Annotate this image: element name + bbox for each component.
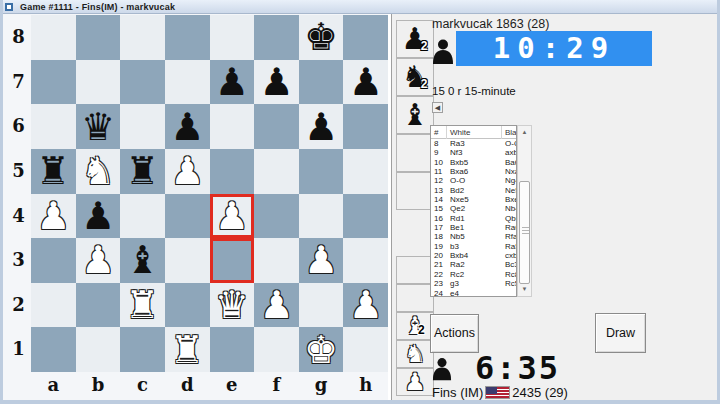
square-f4[interactable]	[254, 194, 299, 239]
piece-white-queen[interactable]: ♛	[215, 286, 249, 324]
square-b3[interactable]: ♟	[76, 238, 121, 283]
square-d5[interactable]: ♟	[165, 149, 210, 194]
rank-label-1: 1	[6, 338, 31, 359]
square-b6[interactable]: ♛	[76, 104, 121, 149]
move-row-11[interactable]: 11Bxa6Nxa6	[431, 167, 516, 176]
move-row-13[interactable]: 13Bd2Ne5	[431, 186, 516, 195]
square-h1[interactable]	[343, 327, 388, 372]
captured-black-bishop-icon: ♝	[402, 100, 429, 130]
square-h4[interactable]	[343, 194, 388, 239]
square-b2[interactable]	[76, 283, 121, 328]
titlebar[interactable]: Game #1111 - Fins(IM) - markvucak	[0, 0, 720, 14]
move-row-18[interactable]: 18Nb5Rfa8	[431, 232, 516, 241]
file-label-b: b	[76, 374, 121, 395]
square-c4[interactable]	[120, 194, 165, 239]
piece-white-rook[interactable]: ♜	[170, 331, 204, 369]
square-g5[interactable]	[299, 149, 344, 194]
square-a3[interactable]	[31, 238, 76, 283]
square-c6[interactable]	[120, 104, 165, 149]
scrollbar-thumb[interactable]	[519, 181, 530, 284]
square-h3[interactable]	[343, 238, 388, 283]
square-b7[interactable]	[76, 60, 121, 105]
right-panel: ♟2♞2♝♝2♞♟ markvucak 1863 (28) 10:29 15 0…	[391, 14, 720, 400]
bottom-player-name: Fins (IM)	[432, 385, 483, 400]
game-window: Game #1111 - Fins(IM) - markvucak 876543…	[0, 0, 720, 404]
square-g2[interactable]	[299, 283, 344, 328]
move-row-15[interactable]: 15Qe2Nb4	[431, 204, 516, 213]
top-player-label: markvucak 1863 (28)	[432, 17, 549, 31]
square-g4[interactable]	[299, 194, 344, 239]
game-info-text: 15 0 r 15-minute	[432, 85, 516, 97]
square-b4[interactable]: ♟	[76, 194, 121, 239]
move-row-9[interactable]: 9Nf3axb5	[431, 148, 516, 157]
square-e2[interactable]: ♛	[210, 283, 255, 328]
draw-button[interactable]: Draw	[595, 313, 646, 353]
piece-white-pawn[interactable]: ♟	[259, 286, 293, 324]
square-f5[interactable]	[254, 149, 299, 194]
square-e3[interactable]	[210, 238, 255, 283]
tray-cell-top-3	[396, 134, 434, 172]
move-row-8[interactable]: 8Ra3O-O	[431, 139, 516, 148]
square-h5[interactable]	[343, 149, 388, 194]
bottom-player-row: Fins (IM) 2435 (29)	[432, 384, 568, 400]
square-e8[interactable]	[210, 15, 255, 60]
move-row-22[interactable]: 22Rc2Rc8	[431, 270, 516, 279]
piece-black-queen[interactable]: ♛	[81, 108, 115, 146]
piece-white-king[interactable]: ♚	[304, 331, 338, 369]
rank-labels: 87654321	[6, 15, 31, 372]
rank-label-8: 8	[6, 26, 31, 47]
tray-cell-bottom-0	[396, 256, 434, 284]
tray-cell-top-1: ♞2	[396, 58, 434, 96]
move-row-23[interactable]: 23g3Rc5	[431, 279, 516, 288]
square-f8[interactable]	[254, 15, 299, 60]
piece-black-pawn[interactable]: ♟	[170, 108, 204, 146]
tray-cell-top-2: ♝	[396, 96, 434, 134]
square-d6[interactable]: ♟	[165, 104, 210, 149]
file-label-c: c	[120, 374, 165, 395]
file-labels: abcdefgh	[31, 374, 388, 398]
file-label-h: h	[343, 374, 388, 395]
captured-white-bishop-icon: ♝2	[404, 314, 426, 338]
square-g6[interactable]: ♟	[299, 104, 344, 149]
file-label-a: a	[31, 374, 76, 395]
move-list-header-black: Black	[502, 126, 517, 139]
square-e7[interactable]: ♟	[210, 60, 255, 105]
tray-cell-top-0: ♟2	[396, 20, 434, 58]
top-clock: 10:29	[456, 31, 652, 66]
square-g8[interactable]: ♚	[299, 15, 344, 60]
square-e5[interactable]	[210, 149, 255, 194]
piece-black-pawn[interactable]: ♟	[259, 63, 293, 101]
bottom-clock: 6:35	[460, 350, 575, 386]
chess-board[interactable]: ♚♟♟♟♛♟♟♜♞♜♟♟♟♟♟♝♟♜♛♟♟♜♚	[31, 15, 388, 372]
tray-cell-bottom-2: ♝2	[396, 312, 434, 340]
file-label-e: e	[210, 374, 255, 395]
piece-white-pawn[interactable]: ♟	[304, 241, 338, 279]
tray-cell-bottom-4: ♟	[396, 368, 434, 396]
square-f3[interactable]	[254, 238, 299, 283]
captured-count: 2	[421, 78, 428, 90]
captured-count: 2	[418, 324, 425, 336]
square-d7[interactable]	[165, 60, 210, 105]
piece-black-pawn[interactable]: ♟	[304, 108, 338, 146]
square-b8[interactable]	[76, 15, 121, 60]
square-f1[interactable]	[254, 327, 299, 372]
rank-label-7: 7	[6, 71, 31, 92]
square-a1[interactable]	[31, 327, 76, 372]
file-label-g: g	[299, 374, 344, 395]
move-list-scrollbar[interactable]: ▲ ▼	[517, 125, 532, 297]
move-list-header-white: White	[447, 126, 502, 139]
piece-white-rook[interactable]: ♜	[126, 286, 160, 324]
square-d4[interactable]	[165, 194, 210, 239]
rank-label-4: 4	[6, 205, 31, 226]
us-flag-icon	[485, 386, 510, 399]
piece-white-pawn[interactable]: ♟	[349, 286, 383, 324]
square-d2[interactable]	[165, 283, 210, 328]
move-row-12[interactable]: 12O-ONg4	[431, 176, 516, 185]
square-g7[interactable]	[299, 60, 344, 105]
square-d8[interactable]	[165, 15, 210, 60]
square-g3[interactable]: ♟	[299, 238, 344, 283]
square-e1[interactable]	[210, 327, 255, 372]
rank-label-5: 5	[6, 160, 31, 181]
rank-label-6: 6	[6, 115, 31, 136]
square-c1[interactable]	[120, 327, 165, 372]
tray-cell-bottom-3: ♞	[396, 340, 434, 368]
move-row-10[interactable]: 10Bxb5Ba6	[431, 158, 516, 167]
move-row-20[interactable]: 20Bxb4cxb4	[431, 251, 516, 260]
person-icon-bottom	[432, 356, 452, 381]
piece-white-pawn[interactable]: ♟	[81, 241, 115, 279]
square-a4[interactable]: ♟	[31, 194, 76, 239]
piece-black-rook[interactable]: ♜	[36, 152, 70, 190]
app-icon	[5, 3, 13, 11]
scroll-up-icon[interactable]: ▲	[518, 126, 531, 139]
move-list-header-num: #	[431, 126, 447, 139]
captured-count: 2	[421, 40, 428, 52]
piece-black-bishop[interactable]: ♝	[126, 241, 160, 279]
square-h7[interactable]: ♟	[343, 60, 388, 105]
window-title: Game #1111 - Fins(IM) - markvucak	[20, 2, 175, 12]
square-h8[interactable]	[343, 15, 388, 60]
piece-white-knight[interactable]: ♞	[81, 152, 115, 190]
captured-white-knight-icon: ♞	[404, 342, 426, 366]
square-e6[interactable]	[210, 104, 255, 149]
piece-black-rook[interactable]: ♜	[126, 152, 160, 190]
move-row-14[interactable]: 14Nxe5Bxe5	[431, 195, 516, 204]
piece-black-pawn[interactable]: ♟	[81, 197, 115, 235]
file-label-f: f	[254, 374, 299, 395]
square-c8[interactable]	[120, 15, 165, 60]
piece-white-pawn[interactable]: ♟	[36, 197, 70, 235]
square-d3[interactable]	[165, 238, 210, 283]
piece-white-pawn[interactable]: ♟	[215, 197, 249, 235]
square-g1[interactable]: ♚	[299, 327, 344, 372]
mini-scroll-left-arrow[interactable]: ◀	[432, 102, 443, 113]
square-d1[interactable]: ♜	[165, 327, 210, 372]
move-row-21[interactable]: 21Ra2Bc3	[431, 260, 516, 269]
square-f2[interactable]: ♟	[254, 283, 299, 328]
move-row-16[interactable]: 16Rd1Qb6	[431, 214, 516, 223]
square-e4[interactable]: ♟	[210, 194, 255, 239]
square-c7[interactable]	[120, 60, 165, 105]
actions-button[interactable]: Actions	[430, 314, 479, 353]
square-a2[interactable]	[31, 283, 76, 328]
rank-label-3: 3	[6, 249, 31, 270]
square-h2[interactable]: ♟	[343, 283, 388, 328]
square-a8[interactable]	[31, 15, 76, 60]
square-b5[interactable]: ♞	[76, 149, 121, 194]
file-label-d: d	[165, 374, 210, 395]
scroll-down-icon[interactable]: ▼	[518, 283, 531, 296]
rank-label-2: 2	[6, 294, 31, 315]
captured-black-pawn-icon: ♟2	[402, 24, 429, 54]
piece-white-pawn[interactable]: ♟	[170, 152, 204, 190]
square-a6[interactable]	[31, 104, 76, 149]
move-row-24[interactable]: 24e4	[431, 289, 516, 298]
tray-cell-bottom-1	[396, 284, 434, 312]
square-a5[interactable]: ♜	[31, 149, 76, 194]
square-a7[interactable]	[31, 60, 76, 105]
move-list[interactable]: #WhiteBlack8Ra3O-O9Nf3axb510Bxb5Ba611Bxa…	[430, 125, 517, 297]
bottom-player-rating: 2435 (29)	[512, 385, 568, 400]
piece-black-pawn[interactable]: ♟	[215, 63, 249, 101]
piece-black-king[interactable]: ♚	[304, 18, 338, 56]
captured-white-pawn-icon: ♟	[404, 370, 426, 394]
move-list-header: #WhiteBlack	[431, 126, 516, 139]
square-h6[interactable]	[343, 104, 388, 149]
person-icon-top	[432, 38, 454, 64]
move-row-17[interactable]: 17Be1Ra6	[431, 223, 516, 232]
square-c3[interactable]: ♝	[120, 238, 165, 283]
square-f7[interactable]: ♟	[254, 60, 299, 105]
move-row-19[interactable]: 19b3Ra5	[431, 242, 516, 251]
piece-black-pawn[interactable]: ♟	[349, 63, 383, 101]
square-c5[interactable]: ♜	[120, 149, 165, 194]
square-f6[interactable]	[254, 104, 299, 149]
square-c2[interactable]: ♜	[120, 283, 165, 328]
square-b1[interactable]	[76, 327, 121, 372]
captured-black-knight-icon: ♞2	[402, 62, 429, 92]
tray-cell-top-4	[396, 172, 434, 210]
